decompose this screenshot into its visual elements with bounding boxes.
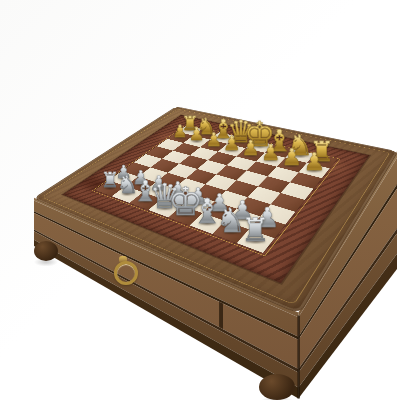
piece-black-pawn-d7[interactable]: ♟ [223,134,240,153]
piece-black-pawn-h7[interactable]: ♟ [303,150,325,174]
piece-black-pawn-a7[interactable]: ♟ [173,123,188,140]
bun-foot-left [34,241,58,261]
chess-set-photo: ♜♞♟♝♟♛♟♚♟♝♟♞♟♜♟♟♟♟♜♟♞♟♝♟♛♟♚♟♝♟♞♜ [0,0,400,400]
drawer-ring-pull-icon [113,256,135,282]
piece-black-pawn-g7[interactable]: ♟ [282,146,302,169]
piece-black-pawn-e7[interactable]: ♟ [241,137,259,158]
piece-white-rook-h1[interactable]: ♜ [241,213,270,246]
piece-black-pawn-b7[interactable]: ♟ [189,126,205,144]
piece-black-pawn-c7[interactable]: ♟ [206,130,223,148]
ring-loop [114,261,138,285]
piece-black-pawn-f7[interactable]: ♟ [261,141,280,163]
